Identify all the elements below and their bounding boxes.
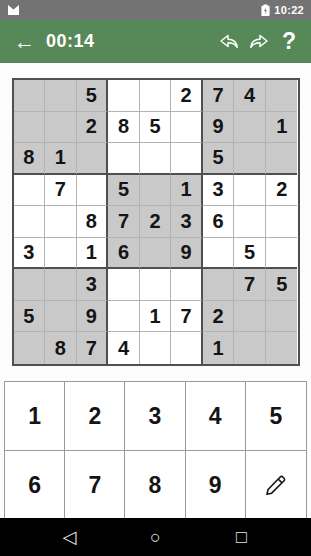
nav-home-icon[interactable]: ○ [146,528,166,546]
cell-r5c4[interactable]: 7 [108,206,140,238]
cell-r5c5[interactable]: 2 [140,206,172,238]
cell-r4c8[interactable] [234,175,266,207]
status-bar: 10:22 [0,0,311,20]
cell-r4c5[interactable] [140,175,172,207]
cell-r2c7[interactable]: 9 [203,112,235,144]
cell-r8c9[interactable] [266,301,298,333]
battery-charging-icon [261,3,270,17]
cell-r3c8[interactable] [234,143,266,175]
cell-r6c6[interactable]: 9 [171,238,203,270]
cell-r7c8[interactable]: 7 [234,269,266,301]
cell-r7c6[interactable] [171,269,203,301]
cell-r8c5[interactable]: 1 [140,301,172,333]
cell-r4c2[interactable]: 7 [45,175,77,207]
cell-r1c2[interactable] [45,80,77,112]
help-button[interactable]: ? [279,28,299,55]
pad-key-9[interactable]: 9 [186,451,246,520]
cell-r7c4[interactable] [108,269,140,301]
cell-r6c2[interactable] [45,238,77,270]
cell-r3c1[interactable]: 8 [14,143,46,175]
cell-r1c8[interactable]: 4 [234,80,266,112]
cell-r6c7[interactable] [203,238,235,270]
cell-r7c1[interactable] [14,269,46,301]
cell-r7c5[interactable] [140,269,172,301]
cell-r1c6[interactable]: 2 [171,80,203,112]
cell-r3c7[interactable]: 5 [203,143,235,175]
cell-r6c1[interactable]: 3 [14,238,46,270]
cell-r9c3[interactable]: 7 [77,332,109,364]
nav-back-icon[interactable]: ◁ [60,528,80,546]
cell-r1c5[interactable] [140,80,172,112]
back-button[interactable]: ← [14,31,35,52]
pad-key-7[interactable]: 7 [65,451,125,520]
cell-r3c5[interactable] [140,143,172,175]
game-timer: 00:14 [46,31,95,52]
cell-r3c4[interactable] [108,143,140,175]
cell-r8c8[interactable] [234,301,266,333]
cell-r6c9[interactable] [266,238,298,270]
cell-r2c5[interactable]: 5 [140,112,172,144]
nav-recents-icon[interactable]: □ [232,528,252,546]
cell-r9c6[interactable] [171,332,203,364]
cell-r8c3[interactable]: 9 [77,301,109,333]
cell-r1c9[interactable] [266,80,298,112]
pad-key-4[interactable]: 4 [186,382,246,451]
cell-r1c1[interactable] [14,80,46,112]
cell-r3c9[interactable] [266,143,298,175]
cell-r4c4[interactable]: 5 [108,175,140,207]
cell-r5c2[interactable] [45,206,77,238]
cell-r2c9[interactable]: 1 [266,112,298,144]
cell-r5c9[interactable] [266,206,298,238]
pad-key-3[interactable]: 3 [125,382,185,451]
cell-r9c2[interactable]: 8 [45,332,77,364]
cell-r5c1[interactable] [14,206,46,238]
cell-r7c9[interactable]: 5 [266,269,298,301]
cell-r3c2[interactable]: 1 [45,143,77,175]
cell-r2c4[interactable]: 8 [108,112,140,144]
pad-key-8[interactable]: 8 [125,451,185,520]
cell-r9c5[interactable] [140,332,172,364]
cell-r6c8[interactable]: 5 [234,238,266,270]
android-nav-bar: ◁ ○ □ [0,518,311,556]
sudoku-board: 527428591815751328723631695375591728741 [12,78,300,366]
cell-r4c3[interactable] [77,175,109,207]
cell-r2c6[interactable] [171,112,203,144]
cell-r8c1[interactable]: 5 [14,301,46,333]
pad-key-5[interactable]: 5 [246,382,306,451]
cell-r7c2[interactable] [45,269,77,301]
cell-r4c7[interactable]: 3 [203,175,235,207]
cell-r8c6[interactable]: 7 [171,301,203,333]
cell-r1c3[interactable]: 5 [77,80,109,112]
status-time: 10:22 [274,4,304,16]
cell-r5c8[interactable] [234,206,266,238]
cell-r8c7[interactable]: 2 [203,301,235,333]
redo-button[interactable] [247,30,271,54]
cell-r8c4[interactable] [108,301,140,333]
cell-r9c4[interactable]: 4 [108,332,140,364]
app-bar: ← 00:14 ? [0,20,311,63]
cell-r2c1[interactable] [14,112,46,144]
cell-r2c8[interactable] [234,112,266,144]
cell-r5c6[interactable]: 3 [171,206,203,238]
pad-key-1[interactable]: 1 [5,382,65,451]
pad-key-6[interactable]: 6 [5,451,65,520]
cell-r9c1[interactable] [14,332,46,364]
gmail-notification-icon [7,4,20,16]
cell-r7c3[interactable]: 3 [77,269,109,301]
pad-key-2[interactable]: 2 [65,382,125,451]
cell-r6c5[interactable] [140,238,172,270]
cell-r9c8[interactable] [234,332,266,364]
cell-r6c3[interactable]: 1 [77,238,109,270]
cell-r8c2[interactable] [45,301,77,333]
cell-r3c3[interactable] [77,143,109,175]
cell-r4c9[interactable]: 2 [266,175,298,207]
cell-r3c6[interactable] [171,143,203,175]
cell-r6c4[interactable]: 6 [108,238,140,270]
number-pad: 123456789 [4,381,307,521]
cell-r1c4[interactable] [108,80,140,112]
cell-r1c7[interactable]: 7 [203,80,235,112]
cell-r7c7[interactable] [203,269,235,301]
cell-r5c7[interactable]: 6 [203,206,235,238]
cell-r9c7[interactable]: 1 [203,332,235,364]
cell-r4c1[interactable] [14,175,46,207]
cell-r2c2[interactable] [45,112,77,144]
cell-r5c3[interactable]: 8 [77,206,109,238]
undo-button[interactable] [217,30,241,54]
cell-r4c6[interactable]: 1 [171,175,203,207]
pencil-mode-button[interactable] [246,451,306,520]
cell-r9c9[interactable] [266,332,298,364]
cell-r2c3[interactable]: 2 [77,112,109,144]
